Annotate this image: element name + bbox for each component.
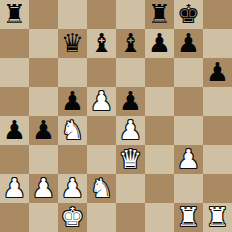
square-f3[interactable] (145, 145, 174, 174)
square-h3[interactable] (203, 145, 232, 174)
white-rook-h1[interactable]: ♜ (206, 203, 229, 232)
square-b7[interactable] (29, 29, 58, 58)
square-g2[interactable] (174, 174, 203, 203)
black-pawn-f7[interactable]: ♟ (148, 29, 171, 58)
square-h1[interactable]: ♜ (203, 203, 232, 232)
black-rook-f8[interactable]: ♜ (148, 0, 171, 29)
square-d3[interactable] (87, 145, 116, 174)
white-king-c1[interactable]: ♚ (61, 203, 84, 232)
square-a2[interactable]: ♟ (0, 174, 29, 203)
square-c1[interactable]: ♚ (58, 203, 87, 232)
square-b8[interactable] (29, 0, 58, 29)
square-g3[interactable]: ♟ (174, 145, 203, 174)
square-e7[interactable]: ♝ (116, 29, 145, 58)
black-rook-a8[interactable]: ♜ (3, 0, 26, 29)
white-pawn-g3[interactable]: ♟ (177, 145, 200, 174)
square-c6[interactable] (58, 58, 87, 87)
black-pawn-c5[interactable]: ♟ (61, 87, 84, 116)
square-d8[interactable] (87, 0, 116, 29)
white-pawn-a2[interactable]: ♟ (3, 174, 26, 203)
white-pawn-c2[interactable]: ♟ (61, 174, 84, 203)
square-d6[interactable] (87, 58, 116, 87)
chess-board: ♜♜♚♛♝♝♟♟♟♟♟♟♟♟♞♟♛♟♟♟♟♞♚♜♜ (0, 0, 232, 232)
white-rook-g1[interactable]: ♜ (177, 203, 200, 232)
square-c2[interactable]: ♟ (58, 174, 87, 203)
square-a8[interactable]: ♜ (0, 0, 29, 29)
square-g4[interactable] (174, 116, 203, 145)
square-a5[interactable] (0, 87, 29, 116)
square-c8[interactable] (58, 0, 87, 29)
square-c3[interactable] (58, 145, 87, 174)
white-knight-c4[interactable]: ♞ (61, 116, 84, 145)
square-f2[interactable] (145, 174, 174, 203)
square-e4[interactable]: ♟ (116, 116, 145, 145)
black-pawn-b4[interactable]: ♟ (32, 116, 55, 145)
square-h5[interactable] (203, 87, 232, 116)
square-f7[interactable]: ♟ (145, 29, 174, 58)
square-h2[interactable] (203, 174, 232, 203)
square-a7[interactable] (0, 29, 29, 58)
square-h8[interactable] (203, 0, 232, 29)
square-g5[interactable] (174, 87, 203, 116)
black-pawn-a4[interactable]: ♟ (3, 116, 26, 145)
square-d1[interactable] (87, 203, 116, 232)
square-b4[interactable]: ♟ (29, 116, 58, 145)
square-b6[interactable] (29, 58, 58, 87)
black-bishop-e7[interactable]: ♝ (119, 29, 142, 58)
square-c7[interactable]: ♛ (58, 29, 87, 58)
square-e3[interactable]: ♛ (116, 145, 145, 174)
square-h4[interactable] (203, 116, 232, 145)
square-d5[interactable]: ♟ (87, 87, 116, 116)
square-d4[interactable] (87, 116, 116, 145)
square-d7[interactable]: ♝ (87, 29, 116, 58)
square-a3[interactable] (0, 145, 29, 174)
square-f4[interactable] (145, 116, 174, 145)
square-d2[interactable]: ♞ (87, 174, 116, 203)
square-h7[interactable] (203, 29, 232, 58)
white-knight-d2[interactable]: ♞ (90, 174, 113, 203)
black-queen-c7[interactable]: ♛ (61, 29, 84, 58)
square-b1[interactable] (29, 203, 58, 232)
square-a6[interactable] (0, 58, 29, 87)
square-c5[interactable]: ♟ (58, 87, 87, 116)
square-g8[interactable]: ♚ (174, 0, 203, 29)
square-g7[interactable]: ♟ (174, 29, 203, 58)
square-f6[interactable] (145, 58, 174, 87)
square-a1[interactable] (0, 203, 29, 232)
square-a4[interactable]: ♟ (0, 116, 29, 145)
square-c4[interactable]: ♞ (58, 116, 87, 145)
black-bishop-d7[interactable]: ♝ (90, 29, 113, 58)
square-f5[interactable] (145, 87, 174, 116)
white-pawn-e4[interactable]: ♟ (119, 116, 142, 145)
black-pawn-e5[interactable]: ♟ (119, 87, 142, 116)
square-h6[interactable]: ♟ (203, 58, 232, 87)
square-e1[interactable] (116, 203, 145, 232)
square-f1[interactable] (145, 203, 174, 232)
square-f8[interactable]: ♜ (145, 0, 174, 29)
square-b5[interactable] (29, 87, 58, 116)
square-b3[interactable] (29, 145, 58, 174)
square-g6[interactable] (174, 58, 203, 87)
black-king-g8[interactable]: ♚ (177, 0, 200, 29)
white-queen-e3[interactable]: ♛ (119, 145, 142, 174)
white-pawn-d5[interactable]: ♟ (90, 87, 113, 116)
square-e5[interactable]: ♟ (116, 87, 145, 116)
black-pawn-g7[interactable]: ♟ (177, 29, 200, 58)
white-pawn-b2[interactable]: ♟ (32, 174, 55, 203)
square-e2[interactable] (116, 174, 145, 203)
square-e6[interactable] (116, 58, 145, 87)
square-g1[interactable]: ♜ (174, 203, 203, 232)
square-b2[interactable]: ♟ (29, 174, 58, 203)
square-e8[interactable] (116, 0, 145, 29)
black-pawn-h6[interactable]: ♟ (206, 58, 229, 87)
